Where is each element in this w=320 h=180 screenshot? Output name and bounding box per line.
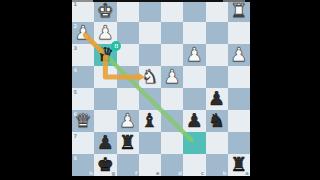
square-h1[interactable]: 1 <box>72 0 94 22</box>
square-h7[interactable]: 7 <box>72 132 94 154</box>
square-c2[interactable] <box>183 22 205 44</box>
piece-black-rook[interactable]: ♜ <box>117 132 139 154</box>
square-f5[interactable] <box>117 88 139 110</box>
square-c5[interactable] <box>183 88 205 110</box>
square-h4[interactable]: 4 <box>72 66 94 88</box>
square-a7[interactable] <box>228 132 250 154</box>
rank-label-4: 4 <box>74 67 77 73</box>
square-b7[interactable] <box>206 132 228 154</box>
square-c6[interactable]: ♟ <box>183 110 205 132</box>
piece-white-knight[interactable]: ♞ <box>139 66 161 88</box>
square-d3[interactable] <box>161 44 183 66</box>
piece-white-pawn[interactable]: ♟ <box>228 44 250 66</box>
file-label-e: e <box>156 170 159 176</box>
rank-label-7: 7 <box>74 133 77 139</box>
square-h8[interactable]: 8h <box>72 154 94 176</box>
file-label-h: h <box>89 170 93 176</box>
square-b8[interactable]: b <box>206 154 228 176</box>
piece-white-pawn[interactable]: ♟ <box>161 66 183 88</box>
square-b2[interactable] <box>206 22 228 44</box>
piece-white-pawn[interactable]: ♟ <box>117 110 139 132</box>
square-b1[interactable] <box>206 0 228 22</box>
square-f7[interactable]: ♜ <box>117 132 139 154</box>
square-f4[interactable] <box>117 66 139 88</box>
square-c7[interactable] <box>183 132 205 154</box>
letterbox-background: 1♚♜2♟♟3♛♟♟4♞♟5♟6♛♟♝♟♞7♟♜8hg♚fedcba♜!! <box>0 0 320 180</box>
square-b5[interactable]: ♟ <box>206 88 228 110</box>
square-a3[interactable]: ♟ <box>228 44 250 66</box>
square-d1[interactable] <box>161 0 183 22</box>
square-a8[interactable]: a♜ <box>228 154 250 176</box>
piece-white-king[interactable]: ♚ <box>94 0 116 22</box>
move-classification-badge: !! <box>111 41 121 51</box>
square-b3[interactable] <box>206 44 228 66</box>
square-c4[interactable] <box>183 66 205 88</box>
square-e5[interactable] <box>139 88 161 110</box>
square-d4[interactable]: ♟ <box>161 66 183 88</box>
file-label-c: c <box>201 170 204 176</box>
rank-label-3: 3 <box>74 45 77 51</box>
ui-sliver-right <box>223 0 245 2</box>
square-d2[interactable] <box>161 22 183 44</box>
file-label-d: d <box>178 170 182 176</box>
piece-white-pawn[interactable]: ♟ <box>72 22 94 44</box>
piece-black-pawn[interactable]: ♟ <box>94 132 116 154</box>
square-c8[interactable]: c <box>183 154 205 176</box>
square-f1[interactable] <box>117 0 139 22</box>
square-e3[interactable] <box>139 44 161 66</box>
square-a5[interactable] <box>228 88 250 110</box>
highlight-c7 <box>183 132 205 154</box>
square-h6[interactable]: 6♛ <box>72 110 94 132</box>
square-a4[interactable] <box>228 66 250 88</box>
square-c3[interactable]: ♟ <box>183 44 205 66</box>
square-h2[interactable]: 2♟ <box>72 22 94 44</box>
piece-white-queen[interactable]: ♛ <box>72 110 94 132</box>
piece-black-bishop[interactable]: ♝ <box>139 110 161 132</box>
piece-black-king[interactable]: ♚ <box>94 154 116 176</box>
square-e7[interactable] <box>139 132 161 154</box>
square-c1[interactable] <box>183 0 205 22</box>
piece-black-pawn[interactable]: ♟ <box>206 88 228 110</box>
square-a1[interactable]: ♜ <box>228 0 250 22</box>
square-d6[interactable] <box>161 110 183 132</box>
square-g8[interactable]: g♚ <box>94 154 116 176</box>
square-b6[interactable]: ♞ <box>206 110 228 132</box>
file-label-b: b <box>223 170 227 176</box>
square-d8[interactable]: d <box>161 154 183 176</box>
square-f6[interactable]: ♟ <box>117 110 139 132</box>
square-a6[interactable] <box>228 110 250 132</box>
square-h3[interactable]: 3 <box>72 44 94 66</box>
piece-black-knight[interactable]: ♞ <box>206 110 228 132</box>
square-e1[interactable] <box>139 0 161 22</box>
file-label-f: f <box>135 170 137 176</box>
square-e8[interactable]: e <box>139 154 161 176</box>
piece-black-rook[interactable]: ♜ <box>228 154 250 176</box>
square-d7[interactable] <box>161 132 183 154</box>
square-g6[interactable] <box>94 110 116 132</box>
square-f2[interactable] <box>117 22 139 44</box>
square-h5[interactable]: 5 <box>72 88 94 110</box>
square-e6[interactable]: ♝ <box>139 110 161 132</box>
square-a2[interactable] <box>228 22 250 44</box>
square-g1[interactable]: ♚ <box>94 0 116 22</box>
square-b4[interactable] <box>206 66 228 88</box>
piece-black-pawn[interactable]: ♟ <box>183 110 205 132</box>
square-g7[interactable]: ♟ <box>94 132 116 154</box>
square-f8[interactable]: f <box>117 154 139 176</box>
square-e4[interactable]: ♞ <box>139 66 161 88</box>
rank-label-5: 5 <box>74 89 77 95</box>
chess-board[interactable]: 1♚♜2♟♟3♛♟♟4♞♟5♟6♛♟♝♟♞7♟♜8hg♚fedcba♜!! <box>72 0 250 176</box>
square-d5[interactable] <box>161 88 183 110</box>
ui-sliver-left <box>72 0 93 2</box>
square-g5[interactable] <box>94 88 116 110</box>
square-e2[interactable] <box>139 22 161 44</box>
piece-white-rook[interactable]: ♜ <box>228 0 250 22</box>
piece-white-pawn[interactable]: ♟ <box>183 44 205 66</box>
rank-label-8: 8 <box>74 155 77 161</box>
square-g4[interactable] <box>94 66 116 88</box>
